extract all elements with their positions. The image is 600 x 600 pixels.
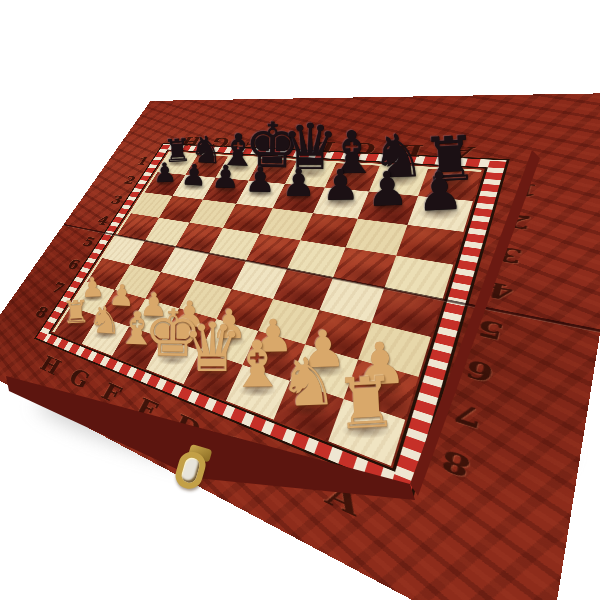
piece-black-pawn-f7[interactable]: ♟ xyxy=(211,161,240,193)
rank-label-right-2: 2 xyxy=(504,210,533,233)
piece-black-pawn-a7[interactable]: ♟ xyxy=(415,165,465,220)
piece-black-pawn-d7[interactable]: ♟ xyxy=(281,164,315,202)
piece-black-pawn-b7[interactable]: ♟ xyxy=(366,165,410,213)
piece-black-pawn-c7[interactable]: ♟ xyxy=(321,164,360,207)
piece-white-rook-h1[interactable]: ♜ xyxy=(61,296,90,328)
piece-black-pawn-h7[interactable]: ♟ xyxy=(152,159,177,187)
rank-label-right-1: 1 xyxy=(512,180,540,201)
piece-black-pawn-g7[interactable]: ♟ xyxy=(180,160,207,190)
chess-set-photo: 1234567812345678HGFEDCBAHGFEDCBA ♜♞♝♛♚♝♞… xyxy=(0,0,600,600)
piece-white-knight-b1[interactable]: ♞ xyxy=(277,349,339,417)
piece-black-pawn-e7[interactable]: ♟ xyxy=(245,163,277,198)
rank-label-right-3: 3 xyxy=(495,243,525,268)
piece-white-rook-a1[interactable]: ♜ xyxy=(333,366,399,439)
